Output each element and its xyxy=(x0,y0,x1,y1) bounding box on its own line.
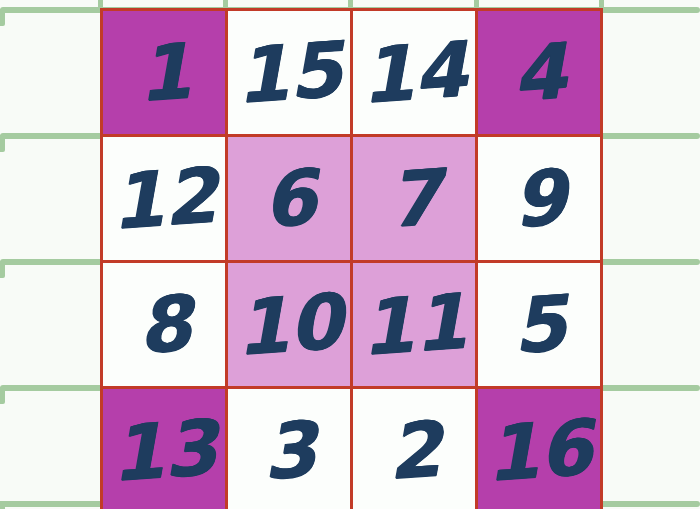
ruled-line-left-cap xyxy=(0,135,5,152)
cell-number: 10 xyxy=(234,283,345,366)
cell-number: 2 xyxy=(385,411,443,491)
grid-cell: 10 xyxy=(228,263,350,386)
grid-cell: 13 xyxy=(103,389,225,509)
cell-number: 13 xyxy=(109,409,220,492)
grid-cell: 2 xyxy=(353,389,475,509)
cell-number: 8 xyxy=(135,285,193,365)
grid-cell: 12 xyxy=(103,137,225,260)
grid-cell: 14 xyxy=(353,11,475,134)
cell-number: 1 xyxy=(135,33,193,113)
cell-number: 11 xyxy=(359,283,470,366)
cell-number: 15 xyxy=(234,31,345,114)
grid-cell: 9 xyxy=(478,137,600,260)
grid-cell: 3 xyxy=(228,389,350,509)
cell-number: 12 xyxy=(109,157,220,240)
ruled-line-left-cap xyxy=(0,387,5,404)
grid-cell: 6 xyxy=(228,137,350,260)
grid-cell: 8 xyxy=(103,263,225,386)
cell-number: 5 xyxy=(510,285,568,365)
grid-cell: 15 xyxy=(228,11,350,134)
cell-number: 6 xyxy=(260,159,318,239)
grid-cell: 16 xyxy=(478,389,600,509)
ruled-line-left-cap xyxy=(0,9,5,26)
cell-number: 16 xyxy=(484,409,595,492)
cell-number: 7 xyxy=(385,159,443,239)
ruled-line-left-cap xyxy=(0,501,5,509)
grid-cell: 7 xyxy=(353,137,475,260)
cell-number: 4 xyxy=(510,33,568,113)
magic-square-grid: 1 15 14 4 12 6 7 9 8 10 11 5 13 3 2 16 xyxy=(100,8,603,509)
grid-cell: 4 xyxy=(478,11,600,134)
grid-cell: 5 xyxy=(478,263,600,386)
grid-cell: 1 xyxy=(103,11,225,134)
ruled-line-left-cap xyxy=(0,261,5,278)
grid-cell: 11 xyxy=(353,263,475,386)
magic-square-illustration: 1 15 14 4 12 6 7 9 8 10 11 5 13 3 2 16 xyxy=(0,0,700,509)
cell-number: 3 xyxy=(260,411,318,491)
cell-number: 9 xyxy=(510,159,568,239)
cell-number: 14 xyxy=(359,31,470,114)
